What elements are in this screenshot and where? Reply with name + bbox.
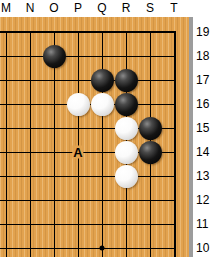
stone-black-S14[interactable] xyxy=(139,141,162,164)
column-label-O: O xyxy=(49,2,58,15)
row-label-15: 15 xyxy=(196,121,209,135)
stone-black-S15[interactable] xyxy=(139,117,162,140)
column-label-M: M xyxy=(1,2,11,15)
row-label-13: 13 xyxy=(196,169,209,183)
grid-vline-M xyxy=(6,32,7,257)
stone-white-R14[interactable] xyxy=(115,141,138,164)
row-label-18: 18 xyxy=(196,49,209,63)
row-label-16: 16 xyxy=(196,97,209,111)
column-label-T: T xyxy=(170,2,177,15)
grid-vline-T xyxy=(174,32,176,257)
annotation-A-P14[interactable]: A xyxy=(72,146,83,159)
row-label-10: 10 xyxy=(196,241,209,255)
column-label-P: P xyxy=(74,2,82,15)
stone-black-R16[interactable] xyxy=(115,93,138,116)
stone-white-R13[interactable] xyxy=(115,165,138,188)
row-label-11: 11 xyxy=(196,217,208,231)
column-label-R: R xyxy=(122,2,131,15)
go-diagram: A MNOPQRST19181716151413121110 xyxy=(0,0,212,257)
stone-white-P16[interactable] xyxy=(67,93,90,116)
stone-black-R17[interactable] xyxy=(115,69,138,92)
row-label-17: 17 xyxy=(196,73,209,87)
board-edge-shadow xyxy=(189,17,193,257)
go-board[interactable]: A xyxy=(0,17,189,257)
column-label-Q: Q xyxy=(97,2,106,15)
column-label-S: S xyxy=(146,2,154,15)
stone-black-Q17[interactable] xyxy=(91,69,114,92)
column-label-N: N xyxy=(26,2,35,15)
stone-white-R15[interactable] xyxy=(115,117,138,140)
row-label-19: 19 xyxy=(196,25,209,39)
stone-black-O18[interactable] xyxy=(43,45,66,68)
row-label-14: 14 xyxy=(196,145,209,159)
star-point-Q10 xyxy=(100,246,105,251)
grid-vline-N xyxy=(30,32,31,257)
row-label-12: 12 xyxy=(196,193,209,207)
grid-vline-Q xyxy=(102,32,103,257)
stone-white-Q16[interactable] xyxy=(91,93,114,116)
